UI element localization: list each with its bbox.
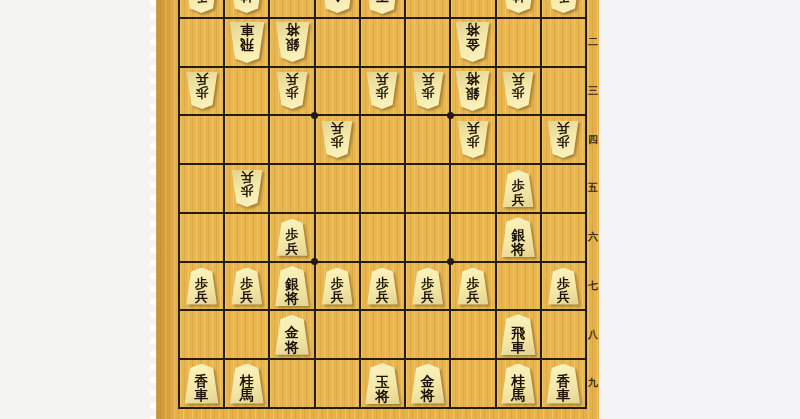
piece-body: 歩兵 [366, 268, 398, 305]
board-cell[interactable] [542, 19, 585, 66]
board-cell[interactable] [316, 165, 359, 212]
shogi-piece-pawn[interactable]: 歩兵 [231, 268, 263, 305]
shogi-piece-pawn[interactable]: 歩兵 [502, 72, 534, 109]
board-cell[interactable] [451, 311, 494, 358]
rank-labels: 一二三四五六七八九 [587, 0, 599, 419]
board-cell[interactable]: 香車 [542, 360, 585, 407]
piece-body: 金将 [320, 0, 355, 13]
piece-body: 香車 [184, 364, 219, 404]
star-point [447, 258, 454, 265]
piece-kanji: 歩 [376, 87, 389, 100]
star-point [311, 112, 318, 119]
piece-body: 金将 [275, 315, 310, 355]
piece-body: 銀将 [275, 266, 310, 306]
board-cell[interactable] [542, 68, 585, 115]
board-cell[interactable]: 飛車 [225, 19, 268, 66]
board-cell[interactable]: 歩兵 [361, 68, 404, 115]
board-cell[interactable]: 歩兵 [316, 263, 359, 310]
board-cell[interactable]: 飛車 [497, 311, 540, 358]
piece-kanji: 銀 [511, 228, 525, 242]
board-cell[interactable]: 歩兵 [406, 263, 449, 310]
piece-kanji: 香 [195, 0, 209, 3]
rank-label: 七 [587, 280, 599, 292]
board-cell[interactable]: 桂馬 [497, 0, 540, 17]
board-cell[interactable] [451, 165, 494, 212]
shogi-piece-gold-general[interactable]: 金将 [410, 364, 445, 404]
rank-label: 九 [587, 377, 599, 389]
board-cell[interactable]: 桂馬 [497, 360, 540, 407]
shogi-piece-king-sente[interactable]: 玉将 [364, 363, 400, 404]
rank-label: 三 [587, 85, 599, 97]
piece-kanji: 金 [285, 325, 299, 339]
piece-kanji: 金 [466, 37, 480, 51]
piece-kanji: 飛 [240, 37, 254, 51]
board-cell[interactable] [542, 214, 585, 261]
board-cell[interactable] [542, 165, 585, 212]
piece-kanji: 歩 [512, 87, 525, 100]
piece-body: 銀将 [275, 22, 310, 62]
piece-kanji: 金 [330, 0, 344, 3]
piece-kanji: 桂 [511, 0, 525, 3]
board-cell[interactable]: 桂馬 [225, 360, 268, 407]
board-cell[interactable] [270, 0, 313, 17]
shogi-piece-pawn[interactable]: 歩兵 [366, 72, 398, 109]
piece-body: 歩兵 [366, 72, 398, 109]
shogi-piece-lance[interactable]: 香車 [184, 364, 219, 404]
piece-kanji: 香 [195, 374, 209, 388]
shogi-piece-pawn[interactable]: 歩兵 [321, 268, 353, 305]
board-cell[interactable]: 王将 [361, 0, 404, 17]
piece-kanji: 銀 [466, 86, 480, 100]
piece-kanji: 兵 [512, 193, 525, 206]
board-cell[interactable] [180, 214, 223, 261]
board-cell[interactable]: 歩兵 [451, 263, 494, 310]
board-cell[interactable]: 香車 [180, 0, 223, 17]
piece-kanji: 歩 [331, 135, 344, 148]
shogi-piece-rook[interactable]: 飛車 [500, 314, 536, 355]
piece-kanji: 兵 [376, 73, 389, 86]
piece-kanji: 銀 [285, 277, 299, 291]
piece-body: 歩兵 [457, 268, 489, 305]
piece-body: 飛車 [229, 22, 265, 63]
piece-body: 桂馬 [501, 0, 536, 13]
piece-kanji: 兵 [195, 73, 208, 86]
board-cell[interactable]: 銀将 [497, 214, 540, 261]
board-cell[interactable]: 歩兵 [270, 68, 313, 115]
piece-kanji: 香 [556, 374, 570, 388]
shogi-piece-knight[interactable]: 桂馬 [229, 364, 264, 404]
rank-label: 五 [587, 182, 599, 194]
piece-body: 香車 [184, 0, 219, 13]
piece-kanji: 馬 [240, 388, 254, 402]
shogi-piece-pawn[interactable]: 歩兵 [547, 121, 579, 158]
piece-kanji: 車 [240, 23, 254, 37]
piece-kanji: 歩 [421, 277, 434, 290]
board-cell[interactable] [316, 19, 359, 66]
piece-kanji: 馬 [511, 388, 525, 402]
board-cell[interactable]: 金将 [406, 360, 449, 407]
shogi-piece-king-gote[interactable]: 王将 [364, 0, 400, 14]
piece-kanji: 歩 [466, 277, 479, 290]
piece-body: 桂馬 [501, 364, 536, 404]
piece-kanji: 兵 [286, 73, 299, 86]
piece-kanji: 兵 [421, 73, 434, 86]
board-cell[interactable] [406, 311, 449, 358]
piece-body: 香車 [546, 0, 581, 13]
piece-kanji: 金 [421, 374, 435, 388]
board-grid: 香車桂馬金将王将桂馬香車飛車銀将金将歩兵歩兵歩兵歩兵銀将歩兵歩兵歩兵歩兵歩兵歩兵… [178, 0, 587, 409]
shogi-piece-lance[interactable]: 香車 [184, 0, 219, 13]
board-cell[interactable]: 桂馬 [225, 0, 268, 17]
shogi-piece-knight[interactable]: 桂馬 [501, 0, 536, 13]
piece-kanji: 将 [466, 23, 480, 37]
rank-label: 四 [587, 134, 599, 146]
piece-body: 歩兵 [412, 72, 444, 109]
piece-kanji: 兵 [466, 122, 479, 135]
piece-kanji: 兵 [557, 290, 570, 303]
board-cell[interactable] [361, 214, 404, 261]
board-cell[interactable]: 歩兵 [180, 68, 223, 115]
shogi-piece-lance[interactable]: 香車 [546, 364, 581, 404]
board-cell[interactable] [406, 214, 449, 261]
board-cell[interactable] [225, 116, 268, 163]
board-cell[interactable] [180, 311, 223, 358]
piece-body: 歩兵 [502, 170, 534, 207]
shogi-piece-pawn[interactable]: 歩兵 [457, 268, 489, 305]
piece-body: 歩兵 [502, 72, 534, 109]
piece-body: 銀将 [501, 217, 536, 257]
piece-body: 歩兵 [412, 268, 444, 305]
board-cell[interactable] [542, 311, 585, 358]
piece-kanji: 王 [375, 0, 389, 2]
shogi-piece-rook[interactable]: 飛車 [229, 22, 265, 63]
shogi-piece-knight[interactable]: 桂馬 [501, 364, 536, 404]
piece-kanji: 歩 [240, 184, 253, 197]
shogi-piece-knight[interactable]: 桂馬 [229, 0, 264, 13]
board-cell[interactable]: 歩兵 [361, 263, 404, 310]
piece-kanji: 兵 [331, 290, 344, 303]
board-cell[interactable]: 玉将 [361, 360, 404, 407]
piece-kanji: 兵 [376, 290, 389, 303]
board-cell[interactable]: 歩兵 [497, 165, 540, 212]
shogi-piece-pawn[interactable]: 歩兵 [231, 170, 263, 207]
board-cell[interactable] [225, 311, 268, 358]
piece-body: 桂馬 [229, 0, 264, 13]
board-cell[interactable]: 金将 [451, 19, 494, 66]
board-cell[interactable] [406, 116, 449, 163]
board-cell[interactable] [225, 68, 268, 115]
board-cell[interactable] [270, 116, 313, 163]
shogi-piece-pawn[interactable]: 歩兵 [321, 121, 353, 158]
board-cell[interactable] [361, 116, 404, 163]
piece-kanji: 兵 [331, 122, 344, 135]
board-cell[interactable]: 歩兵 [270, 214, 313, 261]
board-cell[interactable] [316, 214, 359, 261]
board-cell[interactable] [361, 311, 404, 358]
board-cell[interactable]: 金将 [270, 311, 313, 358]
piece-kanji: 桂 [240, 0, 254, 3]
piece-kanji: 兵 [286, 242, 299, 255]
piece-kanji: 歩 [240, 277, 253, 290]
board-cell[interactable] [361, 19, 404, 66]
board-cell[interactable]: 歩兵 [497, 68, 540, 115]
piece-kanji: 歩 [286, 87, 299, 100]
piece-kanji: 香 [556, 0, 570, 3]
piece-kanji: 車 [556, 388, 570, 402]
board-cell[interactable] [406, 19, 449, 66]
board-cell[interactable] [497, 19, 540, 66]
piece-kanji: 歩 [466, 135, 479, 148]
board-cell[interactable] [451, 214, 494, 261]
board-cell[interactable] [180, 165, 223, 212]
board-cell[interactable]: 歩兵 [225, 165, 268, 212]
left-margin [0, 0, 157, 419]
board-cell[interactable]: 歩兵 [542, 263, 585, 310]
piece-kanji: 車 [511, 340, 525, 354]
board-cell[interactable] [406, 165, 449, 212]
piece-kanji: 銀 [285, 37, 299, 51]
shogi-piece-lance[interactable]: 香車 [546, 0, 581, 13]
shogi-piece-pawn[interactable]: 歩兵 [276, 72, 308, 109]
piece-kanji: 桂 [240, 374, 254, 388]
piece-kanji: 兵 [466, 290, 479, 303]
piece-kanji: 将 [375, 389, 389, 403]
shogi-piece-silver-general[interactable]: 銀将 [275, 22, 310, 62]
board-cell[interactable]: 歩兵 [542, 116, 585, 163]
piece-body: 歩兵 [231, 268, 263, 305]
board-cell[interactable] [497, 116, 540, 163]
piece-kanji: 歩 [557, 277, 570, 290]
board-cell[interactable]: 歩兵 [316, 116, 359, 163]
board-cell[interactable]: 香車 [180, 360, 223, 407]
board-cell[interactable]: 歩兵 [180, 263, 223, 310]
shogi-piece-pawn[interactable]: 歩兵 [366, 268, 398, 305]
rank-label: 六 [587, 231, 599, 243]
rank-label: 八 [587, 329, 599, 341]
board-cell[interactable]: 香車 [542, 0, 585, 17]
piece-body: 歩兵 [321, 121, 353, 158]
board-cell[interactable] [270, 360, 313, 407]
piece-body: 桂馬 [229, 364, 264, 404]
piece-kanji: 将 [285, 23, 299, 37]
piece-kanji: 歩 [195, 277, 208, 290]
board-cell[interactable]: 歩兵 [451, 116, 494, 163]
piece-body: 歩兵 [321, 268, 353, 305]
board-cell[interactable] [270, 165, 313, 212]
board-cell[interactable] [361, 165, 404, 212]
shogi-piece-pawn[interactable]: 歩兵 [457, 121, 489, 158]
board-cell[interactable] [180, 19, 223, 66]
piece-kanji: 兵 [240, 290, 253, 303]
shogi-piece-pawn[interactable]: 歩兵 [412, 268, 444, 305]
piece-body: 歩兵 [231, 170, 263, 207]
piece-kanji: 歩 [331, 277, 344, 290]
shogi-piece-pawn[interactable]: 歩兵 [276, 219, 308, 256]
piece-body: 歩兵 [457, 121, 489, 158]
board-cell[interactable]: 金将 [316, 0, 359, 17]
piece-body: 金将 [455, 22, 490, 62]
board-cell[interactable]: 歩兵 [406, 68, 449, 115]
piece-body: 銀将 [455, 71, 490, 111]
star-point [311, 258, 318, 265]
piece-kanji: 将 [466, 72, 480, 86]
rank-label: 二 [587, 36, 599, 48]
shogi-piece-pawn[interactable]: 歩兵 [547, 268, 579, 305]
board-cell[interactable] [497, 263, 540, 310]
piece-kanji: 歩 [376, 277, 389, 290]
shogi-piece-silver-general[interactable]: 銀将 [455, 71, 490, 111]
shogi-piece-gold-general[interactable]: 金将 [275, 315, 310, 355]
board-cell[interactable] [180, 116, 223, 163]
piece-body: 歩兵 [547, 121, 579, 158]
board-cell[interactable] [316, 311, 359, 358]
piece-body: 香車 [546, 364, 581, 404]
piece-kanji: 兵 [240, 171, 253, 184]
shogi-piece-gold-general[interactable]: 金将 [455, 22, 490, 62]
board-cell[interactable] [406, 0, 449, 17]
piece-kanji: 歩 [286, 228, 299, 241]
piece-kanji: 将 [511, 242, 525, 256]
piece-kanji: 車 [195, 388, 209, 402]
piece-kanji: 歩 [512, 179, 525, 192]
piece-kanji: 兵 [557, 122, 570, 135]
page: 香車桂馬金将王将桂馬香車飛車銀将金将歩兵歩兵歩兵歩兵銀将歩兵歩兵歩兵歩兵歩兵歩兵… [0, 0, 800, 419]
piece-kanji: 歩 [195, 87, 208, 100]
board-cell[interactable]: 歩兵 [225, 263, 268, 310]
shogi-piece-pawn[interactable]: 歩兵 [186, 268, 218, 305]
board-cell[interactable] [451, 0, 494, 17]
shogi-piece-silver-general[interactable]: 銀将 [275, 266, 310, 306]
shogi-piece-pawn[interactable]: 歩兵 [412, 72, 444, 109]
board-cell[interactable]: 銀将 [451, 68, 494, 115]
piece-body: 歩兵 [186, 268, 218, 305]
piece-body: 歩兵 [276, 72, 308, 109]
piece-kanji: 飛 [511, 326, 525, 340]
shogi-piece-pawn[interactable]: 歩兵 [186, 72, 218, 109]
shogi-piece-silver-general[interactable]: 銀将 [501, 217, 536, 257]
piece-kanji: 歩 [557, 135, 570, 148]
piece-body: 金将 [410, 364, 445, 404]
board-cell[interactable]: 銀将 [270, 19, 313, 66]
board-cell[interactable] [225, 214, 268, 261]
piece-kanji: 将 [285, 291, 299, 305]
piece-kanji: 兵 [195, 290, 208, 303]
piece-body: 王将 [364, 0, 400, 14]
piece-body: 歩兵 [547, 268, 579, 305]
piece-body: 歩兵 [186, 72, 218, 109]
piece-kanji: 将 [285, 340, 299, 354]
piece-body: 飛車 [500, 314, 536, 355]
piece-kanji: 桂 [511, 374, 525, 388]
shogi-piece-gold-general[interactable]: 金将 [320, 0, 355, 13]
board-cell[interactable] [316, 68, 359, 115]
board-cell[interactable]: 銀将 [270, 263, 313, 310]
piece-kanji: 歩 [421, 87, 434, 100]
piece-kanji: 兵 [421, 290, 434, 303]
piece-kanji: 兵 [512, 73, 525, 86]
piece-kanji: 玉 [375, 375, 389, 389]
star-point [447, 112, 454, 119]
piece-kanji: 将 [421, 388, 435, 402]
piece-body: 玉将 [364, 363, 400, 404]
board-cell[interactable] [316, 360, 359, 407]
piece-body: 歩兵 [276, 219, 308, 256]
board-cell[interactable] [451, 360, 494, 407]
shogi-piece-pawn[interactable]: 歩兵 [502, 170, 534, 207]
